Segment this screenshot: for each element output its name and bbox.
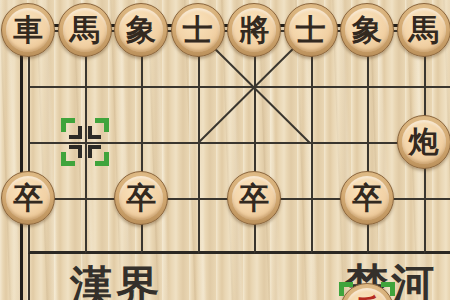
- board-cell[interactable]: [311, 86, 368, 142]
- selection-brackets: [339, 282, 395, 300]
- piece-black-advisor[interactable]: 士: [284, 3, 338, 57]
- piece-glyph: 將: [239, 15, 269, 45]
- crosshair-icon: [69, 126, 82, 139]
- crosshair-icon: [69, 145, 82, 158]
- board-cell[interactable]: [424, 198, 450, 254]
- piece-glyph: 馬: [409, 15, 439, 45]
- piece-black-pawn-c[interactable]: 卒: [114, 171, 168, 225]
- piece-black-pawn-e[interactable]: 卒: [227, 171, 281, 225]
- crosshair-icon: [88, 145, 101, 158]
- piece-glyph: 車: [13, 15, 43, 45]
- piece-black-pawn-g[interactable]: 卒: [340, 171, 394, 225]
- piece-black-horse[interactable]: 馬: [58, 3, 112, 57]
- piece-black-pawn-a[interactable]: 卒: [1, 171, 55, 225]
- file0-river-line: [28, 254, 30, 300]
- xiangqi-board-surface[interactable]: 漢界 楚河 車馬象士將士象馬炮卒卒卒卒兵: [0, 0, 450, 300]
- board-border-left: [20, 24, 23, 300]
- crosshair-icon: [88, 126, 101, 139]
- piece-glyph: 象: [352, 15, 382, 45]
- piece-glyph: 士: [296, 15, 326, 45]
- piece-glyph: 象: [126, 15, 156, 45]
- target-marker: [61, 118, 109, 166]
- piece-glyph: 卒: [126, 183, 156, 213]
- piece-black-horse[interactable]: 馬: [397, 3, 450, 57]
- piece-black-elephant[interactable]: 象: [114, 3, 168, 57]
- selection-corner-icon: [339, 282, 353, 296]
- piece-glyph: 卒: [352, 183, 382, 213]
- piece-black-general[interactable]: 將: [227, 3, 281, 57]
- piece-glyph: 馬: [70, 15, 100, 45]
- piece-black-chariot[interactable]: 車: [1, 3, 55, 57]
- board-cell[interactable]: [141, 86, 198, 142]
- river-label-hanjie: 漢界: [70, 265, 162, 300]
- piece-black-advisor[interactable]: 士: [171, 3, 225, 57]
- selection-corner-icon: [381, 282, 395, 296]
- piece-glyph: 卒: [239, 183, 269, 213]
- piece-black-cannon[interactable]: 炮: [397, 115, 450, 169]
- piece-glyph: 士: [183, 15, 213, 45]
- piece-glyph: 炮: [409, 127, 439, 157]
- piece-glyph: 卒: [13, 183, 43, 213]
- piece-black-elephant[interactable]: 象: [340, 3, 394, 57]
